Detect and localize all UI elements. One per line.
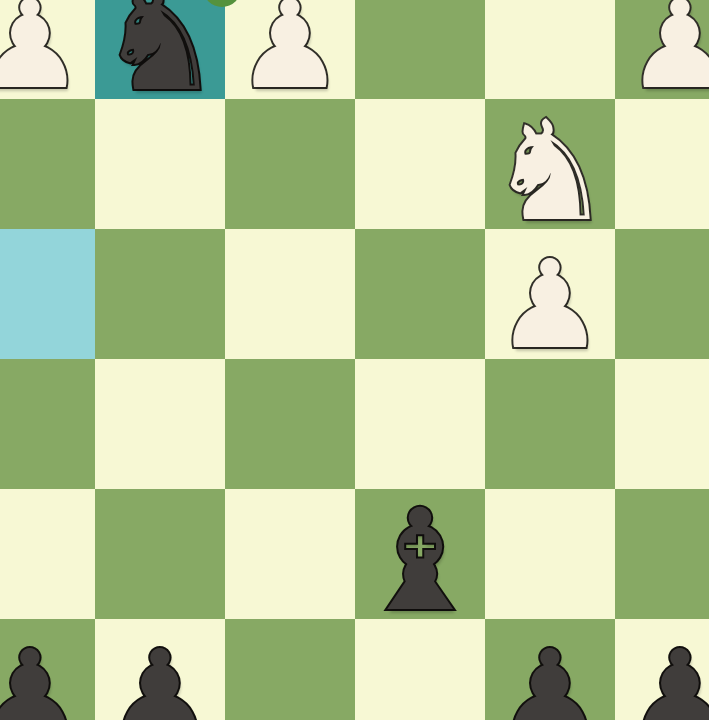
square-b2[interactable]: ♟	[615, 0, 709, 99]
square-d3[interactable]	[355, 99, 485, 229]
white-pawn-e2: ♟	[235, 0, 344, 106]
square-b6[interactable]	[615, 489, 709, 619]
square-c3[interactable]: ♞	[485, 99, 615, 229]
square-c5[interactable]	[485, 359, 615, 489]
square-b3[interactable]	[615, 99, 709, 229]
black-pawn-f7: ♟	[105, 634, 214, 720]
square-g2[interactable]: ♟	[0, 0, 95, 99]
black-pawn-g7: ♟	[0, 634, 85, 720]
square-c2[interactable]	[485, 0, 615, 99]
square-f7[interactable]: ♟	[95, 619, 225, 720]
black-knight-f2: ♞	[98, 0, 222, 111]
square-d6[interactable]: ♝	[355, 489, 485, 619]
square-e6[interactable]	[225, 489, 355, 619]
square-e5[interactable]	[225, 359, 355, 489]
square-d7[interactable]	[355, 619, 485, 720]
square-b5[interactable]	[615, 359, 709, 489]
chess-board-viewport: ♟♞♟♟♞♟♝♟♟♟♟	[0, 0, 709, 720]
chess-board: ♟♞♟♟♞♟♝♟♟♟♟	[0, 0, 709, 720]
square-g4[interactable]	[0, 229, 95, 359]
square-d4[interactable]	[355, 229, 485, 359]
white-pawn-b2: ♟	[625, 0, 709, 106]
square-c4[interactable]: ♟	[485, 229, 615, 359]
square-f2[interactable]: ♞	[95, 0, 225, 99]
square-d2[interactable]	[355, 0, 485, 99]
black-bishop-d6: ♝	[357, 491, 483, 631]
square-f5[interactable]	[95, 359, 225, 489]
square-f4[interactable]	[95, 229, 225, 359]
square-b4[interactable]	[615, 229, 709, 359]
square-g7[interactable]: ♟	[0, 619, 95, 720]
square-f6[interactable]	[95, 489, 225, 619]
white-knight-c3: ♞	[488, 103, 612, 241]
black-pawn-c7: ♟	[495, 634, 604, 720]
square-e4[interactable]	[225, 229, 355, 359]
black-pawn-b7: ♟	[625, 634, 709, 720]
white-pawn-c4: ♟	[495, 244, 604, 366]
square-d5[interactable]	[355, 359, 485, 489]
square-g5[interactable]	[0, 359, 95, 489]
square-e7[interactable]	[225, 619, 355, 720]
square-e3[interactable]	[225, 99, 355, 229]
square-c6[interactable]	[485, 489, 615, 619]
square-b7[interactable]: ♟	[615, 619, 709, 720]
square-g3[interactable]	[0, 99, 95, 229]
square-g6[interactable]	[0, 489, 95, 619]
square-e2[interactable]: ♟	[225, 0, 355, 99]
square-f3[interactable]	[95, 99, 225, 229]
white-pawn-g2: ♟	[0, 0, 85, 106]
square-c7[interactable]: ♟	[485, 619, 615, 720]
